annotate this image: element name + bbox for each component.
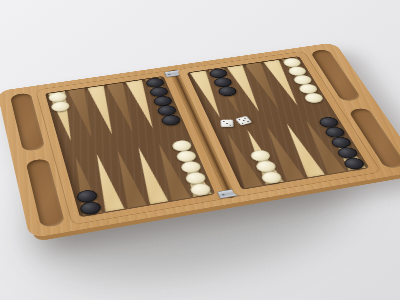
die-pip [242,120,245,122]
die-pip [223,121,225,122]
die-pip [229,125,231,126]
white-checker[interactable] [50,100,71,112]
scene [0,0,400,300]
quadrant-bottom-left [65,139,213,216]
dice-pair[interactable] [219,116,252,128]
white-checker[interactable] [302,92,324,104]
die-showing-5[interactable] [235,116,252,126]
quadrant-bottom-right [218,116,368,189]
die-pip [226,123,228,124]
black-checker[interactable] [342,157,367,171]
quadrant-top-left [47,77,183,143]
die-pip [247,121,250,123]
quadrant-top-right [188,57,325,119]
black-checker[interactable] [79,200,102,215]
black-checker[interactable] [160,114,182,127]
die-pip [241,122,244,124]
die-showing-3[interactable] [220,120,233,128]
die-pip [238,119,241,121]
die-pip [244,117,247,119]
white-checker[interactable] [188,182,212,197]
